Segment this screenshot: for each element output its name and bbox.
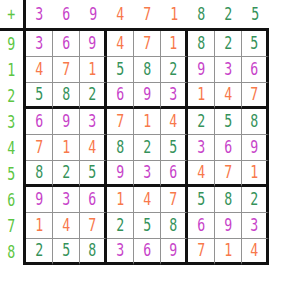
digit: 6 — [62, 35, 70, 52]
cell-r3-c1[interactable]: 4 — [161, 109, 188, 135]
cell-r2-c1[interactable]: 3 — [161, 83, 188, 109]
row-label-4: 4 — [0, 135, 26, 161]
col-header-7: 7 — [134, 0, 161, 31]
row-label-1: 1 — [0, 57, 26, 83]
cell-r4-c3[interactable]: 7 — [26, 135, 53, 161]
col-header-8: 8 — [188, 0, 215, 31]
digit: 5 — [35, 86, 43, 103]
cell-r6-c7[interactable]: 4 — [134, 187, 161, 213]
digit: 9 — [88, 35, 96, 52]
cell-r3-c5[interactable]: 8 — [242, 109, 269, 135]
digit: 2 — [197, 113, 205, 130]
digit: 2 — [143, 139, 151, 156]
digit: 3 — [169, 86, 177, 103]
digit: 4 — [224, 86, 232, 103]
cell-r5-c4[interactable]: 9 — [107, 161, 134, 187]
cell-r3-c2[interactable]: 5 — [215, 109, 242, 135]
digit: 9 — [169, 242, 177, 259]
cell-r3-c4[interactable]: 7 — [107, 109, 134, 135]
cell-r4-c4[interactable]: 8 — [107, 135, 134, 161]
cell-r7-c6[interactable]: 4 — [53, 213, 80, 239]
cell-r7-c1[interactable]: 8 — [161, 213, 188, 239]
digit: 7 — [224, 164, 232, 181]
cell-r9-c6[interactable]: 6 — [53, 31, 80, 57]
digit: 1 — [197, 86, 205, 103]
cell-r2-c2[interactable]: 4 — [215, 83, 242, 109]
digit: 6 — [116, 86, 124, 103]
cell-r9-c2[interactable]: 2 — [215, 31, 242, 57]
cell-r4-c2[interactable]: 6 — [215, 135, 242, 161]
digit: 4 — [88, 139, 96, 156]
cell-r1-c2[interactable]: 3 — [215, 57, 242, 83]
digit: 2 — [224, 35, 232, 52]
digit: 1 — [169, 35, 177, 52]
cell-r2-c8[interactable]: 1 — [188, 83, 215, 109]
digit: 2 — [8, 88, 16, 105]
cell-r4-c1[interactable]: 5 — [161, 135, 188, 161]
cell-r3-c6[interactable]: 9 — [53, 109, 80, 135]
row-label-8: 8 — [0, 239, 26, 265]
cell-r8-c9[interactable]: 8 — [80, 239, 107, 265]
digit: 5 — [197, 191, 205, 208]
digit: 5 — [252, 6, 260, 23]
cell-r3-c7[interactable]: 1 — [134, 109, 161, 135]
digit: 6 — [143, 242, 151, 259]
digit: 1 — [250, 164, 258, 181]
digit: 6 — [88, 191, 96, 208]
cell-r2-c6[interactable]: 8 — [53, 83, 80, 109]
cell-r3-c3[interactable]: 6 — [26, 109, 53, 135]
digit: 8 — [35, 164, 43, 181]
cell-r6-c8[interactable]: 5 — [188, 187, 215, 213]
digit: 5 — [8, 166, 16, 183]
cell-r1-c9[interactable]: 1 — [80, 57, 107, 83]
cell-r8-c6[interactable]: 5 — [53, 239, 80, 265]
digit: 9 — [250, 139, 258, 156]
cell-r4-c6[interactable]: 1 — [53, 135, 80, 161]
digit: 1 — [171, 6, 179, 23]
digit: 6 — [169, 164, 177, 181]
digit: 8 — [169, 217, 177, 234]
cell-r6-c9[interactable]: 6 — [80, 187, 107, 213]
digit: 3 — [250, 217, 258, 234]
cell-r1-c3[interactable]: 4 — [26, 57, 53, 83]
digit: 4 — [35, 61, 43, 78]
digit: 1 — [35, 217, 43, 234]
cell-r5-c5[interactable]: 1 — [242, 161, 269, 187]
digit: 7 — [169, 191, 177, 208]
cell-r7-c7[interactable]: 5 — [134, 213, 161, 239]
cell-r3-c8[interactable]: 2 — [188, 109, 215, 135]
digit: 7 — [143, 35, 151, 52]
digit: 7 — [8, 218, 16, 235]
digit: 9 — [116, 164, 124, 181]
digit: 6 — [224, 139, 232, 156]
digit: 9 — [62, 113, 70, 130]
row-label-6: 6 — [0, 187, 26, 213]
cell-r5-c1[interactable]: 6 — [161, 161, 188, 187]
cell-r2-c7[interactable]: 9 — [134, 83, 161, 109]
digit: 1 — [62, 139, 70, 156]
cell-r7-c2[interactable]: 9 — [215, 213, 242, 239]
digit: 1 — [88, 61, 96, 78]
cell-r4-c8[interactable]: 3 — [188, 135, 215, 161]
cell-r5-c6[interactable]: 2 — [53, 161, 80, 187]
cell-r5-c3[interactable]: 8 — [26, 161, 53, 187]
cell-r6-c3[interactable]: 9 — [26, 187, 53, 213]
cell-r8-c5[interactable]: 4 — [242, 239, 269, 265]
digit: 9 — [8, 36, 16, 53]
cell-r1-c7[interactable]: 8 — [134, 57, 161, 83]
digit: 8 — [197, 35, 205, 52]
digit: 1 — [143, 113, 151, 130]
digit: 5 — [169, 139, 177, 156]
col-header-4: 4 — [107, 0, 134, 31]
col-header-9: 9 — [80, 0, 107, 31]
digit: 5 — [250, 35, 258, 52]
cell-r3-c9[interactable]: 3 — [80, 109, 107, 135]
digit: 4 — [250, 242, 258, 259]
cell-r1-c6[interactable]: 7 — [53, 57, 80, 83]
page: +369471825936947182514715829362582693147… — [0, 0, 300, 293]
cell-r5-c7[interactable]: 3 — [134, 161, 161, 187]
cell-r2-c5[interactable]: 7 — [242, 83, 269, 109]
digit: 4 — [117, 6, 125, 23]
digit: 8 — [250, 113, 258, 130]
digit: 7 — [35, 139, 43, 156]
cell-r4-c9[interactable]: 4 — [80, 135, 107, 161]
col-header-2: 2 — [215, 0, 242, 31]
digit: 2 — [35, 242, 43, 259]
cell-r2-c9[interactable]: 2 — [80, 83, 107, 109]
digit: 9 — [197, 61, 205, 78]
cell-r6-c5[interactable]: 2 — [242, 187, 269, 213]
digit: 2 — [116, 217, 124, 234]
digit: 4 — [62, 217, 70, 234]
cell-r1-c1[interactable]: 2 — [161, 57, 188, 83]
digit: 2 — [88, 86, 96, 103]
cell-r2-c3[interactable]: 5 — [26, 83, 53, 109]
digit: 6 — [35, 113, 43, 130]
cell-r8-c2[interactable]: 1 — [215, 239, 242, 265]
digit: 5 — [88, 164, 96, 181]
digit: 6 — [250, 61, 258, 78]
col-header-5: 5 — [242, 0, 269, 31]
digit: 4 — [8, 140, 16, 157]
digit: 3 — [36, 6, 44, 23]
digit: 7 — [144, 6, 152, 23]
digit: 4 — [197, 164, 205, 181]
digit: 2 — [250, 191, 258, 208]
digit: 1 — [8, 62, 16, 79]
digit: 8 — [62, 86, 70, 103]
digit: 3 — [116, 242, 124, 259]
digit: 9 — [35, 191, 43, 208]
digit: 7 — [116, 113, 124, 130]
digit: 7 — [88, 217, 96, 234]
sudoku-board: +369471825936947182514715829362582693147… — [0, 0, 269, 265]
digit: 7 — [197, 242, 205, 259]
cell-r7-c8[interactable]: 6 — [188, 213, 215, 239]
digit: 4 — [169, 113, 177, 130]
col-header-6: 6 — [53, 0, 80, 31]
cell-r5-c9[interactable]: 5 — [80, 161, 107, 187]
cell-r8-c7[interactable]: 6 — [134, 239, 161, 265]
cell-r7-c3[interactable]: 1 — [26, 213, 53, 239]
digit: 8 — [88, 242, 96, 259]
digit: 9 — [224, 217, 232, 234]
digit: 3 — [62, 191, 70, 208]
cell-r7-c5[interactable]: 3 — [242, 213, 269, 239]
cell-r6-c6[interactable]: 3 — [53, 187, 80, 213]
digit: 7 — [250, 86, 258, 103]
cell-r9-c8[interactable]: 8 — [188, 31, 215, 57]
cell-r2-c4[interactable]: 6 — [107, 83, 134, 109]
digit: 6 — [8, 192, 16, 209]
digit: 1 — [116, 191, 124, 208]
digit: 5 — [143, 217, 151, 234]
cell-r8-c3[interactable]: 2 — [26, 239, 53, 265]
cell-r7-c4[interactable]: 2 — [107, 213, 134, 239]
digit: 2 — [62, 164, 70, 181]
cell-r6-c1[interactable]: 7 — [161, 187, 188, 213]
cell-r4-c7[interactable]: 2 — [134, 135, 161, 161]
digit: 5 — [224, 113, 232, 130]
cell-r5-c8[interactable]: 4 — [188, 161, 215, 187]
digit: 2 — [169, 61, 177, 78]
digit: 3 — [88, 113, 96, 130]
digit: + — [8, 6, 16, 23]
cell-r8-c1[interactable]: 9 — [161, 239, 188, 265]
digit: 3 — [143, 164, 151, 181]
cell-r7-c9[interactable]: 7 — [80, 213, 107, 239]
cell-r9-c1[interactable]: 1 — [161, 31, 188, 57]
digit: 8 — [198, 6, 206, 23]
digit: 2 — [225, 6, 233, 23]
cell-r8-c4[interactable]: 3 — [107, 239, 134, 265]
row-label-9: 9 — [0, 31, 26, 57]
cell-r9-c5[interactable]: 5 — [242, 31, 269, 57]
cell-r9-c4[interactable]: 4 — [107, 31, 134, 57]
digit: 1 — [224, 242, 232, 259]
cell-r9-c7[interactable]: 7 — [134, 31, 161, 57]
cell-r8-c8[interactable]: 7 — [188, 239, 215, 265]
cell-r6-c4[interactable]: 1 — [107, 187, 134, 213]
corner-plus: + — [0, 0, 26, 31]
digit: 3 — [197, 139, 205, 156]
cell-r1-c4[interactable]: 5 — [107, 57, 134, 83]
digit: 8 — [143, 61, 151, 78]
digit: 9 — [143, 86, 151, 103]
digit: 8 — [224, 191, 232, 208]
digit: 8 — [116, 139, 124, 156]
digit: 3 — [8, 114, 16, 131]
cell-r1-c8[interactable]: 9 — [188, 57, 215, 83]
digit: 6 — [197, 217, 205, 234]
cell-r5-c2[interactable]: 7 — [215, 161, 242, 187]
row-label-5: 5 — [0, 161, 26, 187]
col-header-3: 3 — [26, 0, 53, 31]
cell-r4-c5[interactable]: 9 — [242, 135, 269, 161]
row-label-3: 3 — [0, 109, 26, 135]
digit: 7 — [62, 61, 70, 78]
digit: 4 — [116, 35, 124, 52]
digit: 9 — [90, 6, 98, 23]
digit: 4 — [143, 191, 151, 208]
digit: 8 — [8, 244, 16, 261]
digit: 3 — [35, 35, 43, 52]
cell-r6-c2[interactable]: 8 — [215, 187, 242, 213]
cell-r1-c5[interactable]: 6 — [242, 57, 269, 83]
row-label-2: 2 — [0, 83, 26, 109]
cell-r9-c9[interactable]: 9 — [80, 31, 107, 57]
cell-r9-c3[interactable]: 3 — [26, 31, 53, 57]
digit: 5 — [116, 61, 124, 78]
row-label-7: 7 — [0, 213, 26, 239]
col-header-1: 1 — [161, 0, 188, 31]
digit: 6 — [63, 6, 71, 23]
digit: 3 — [224, 61, 232, 78]
digit: 5 — [62, 242, 70, 259]
